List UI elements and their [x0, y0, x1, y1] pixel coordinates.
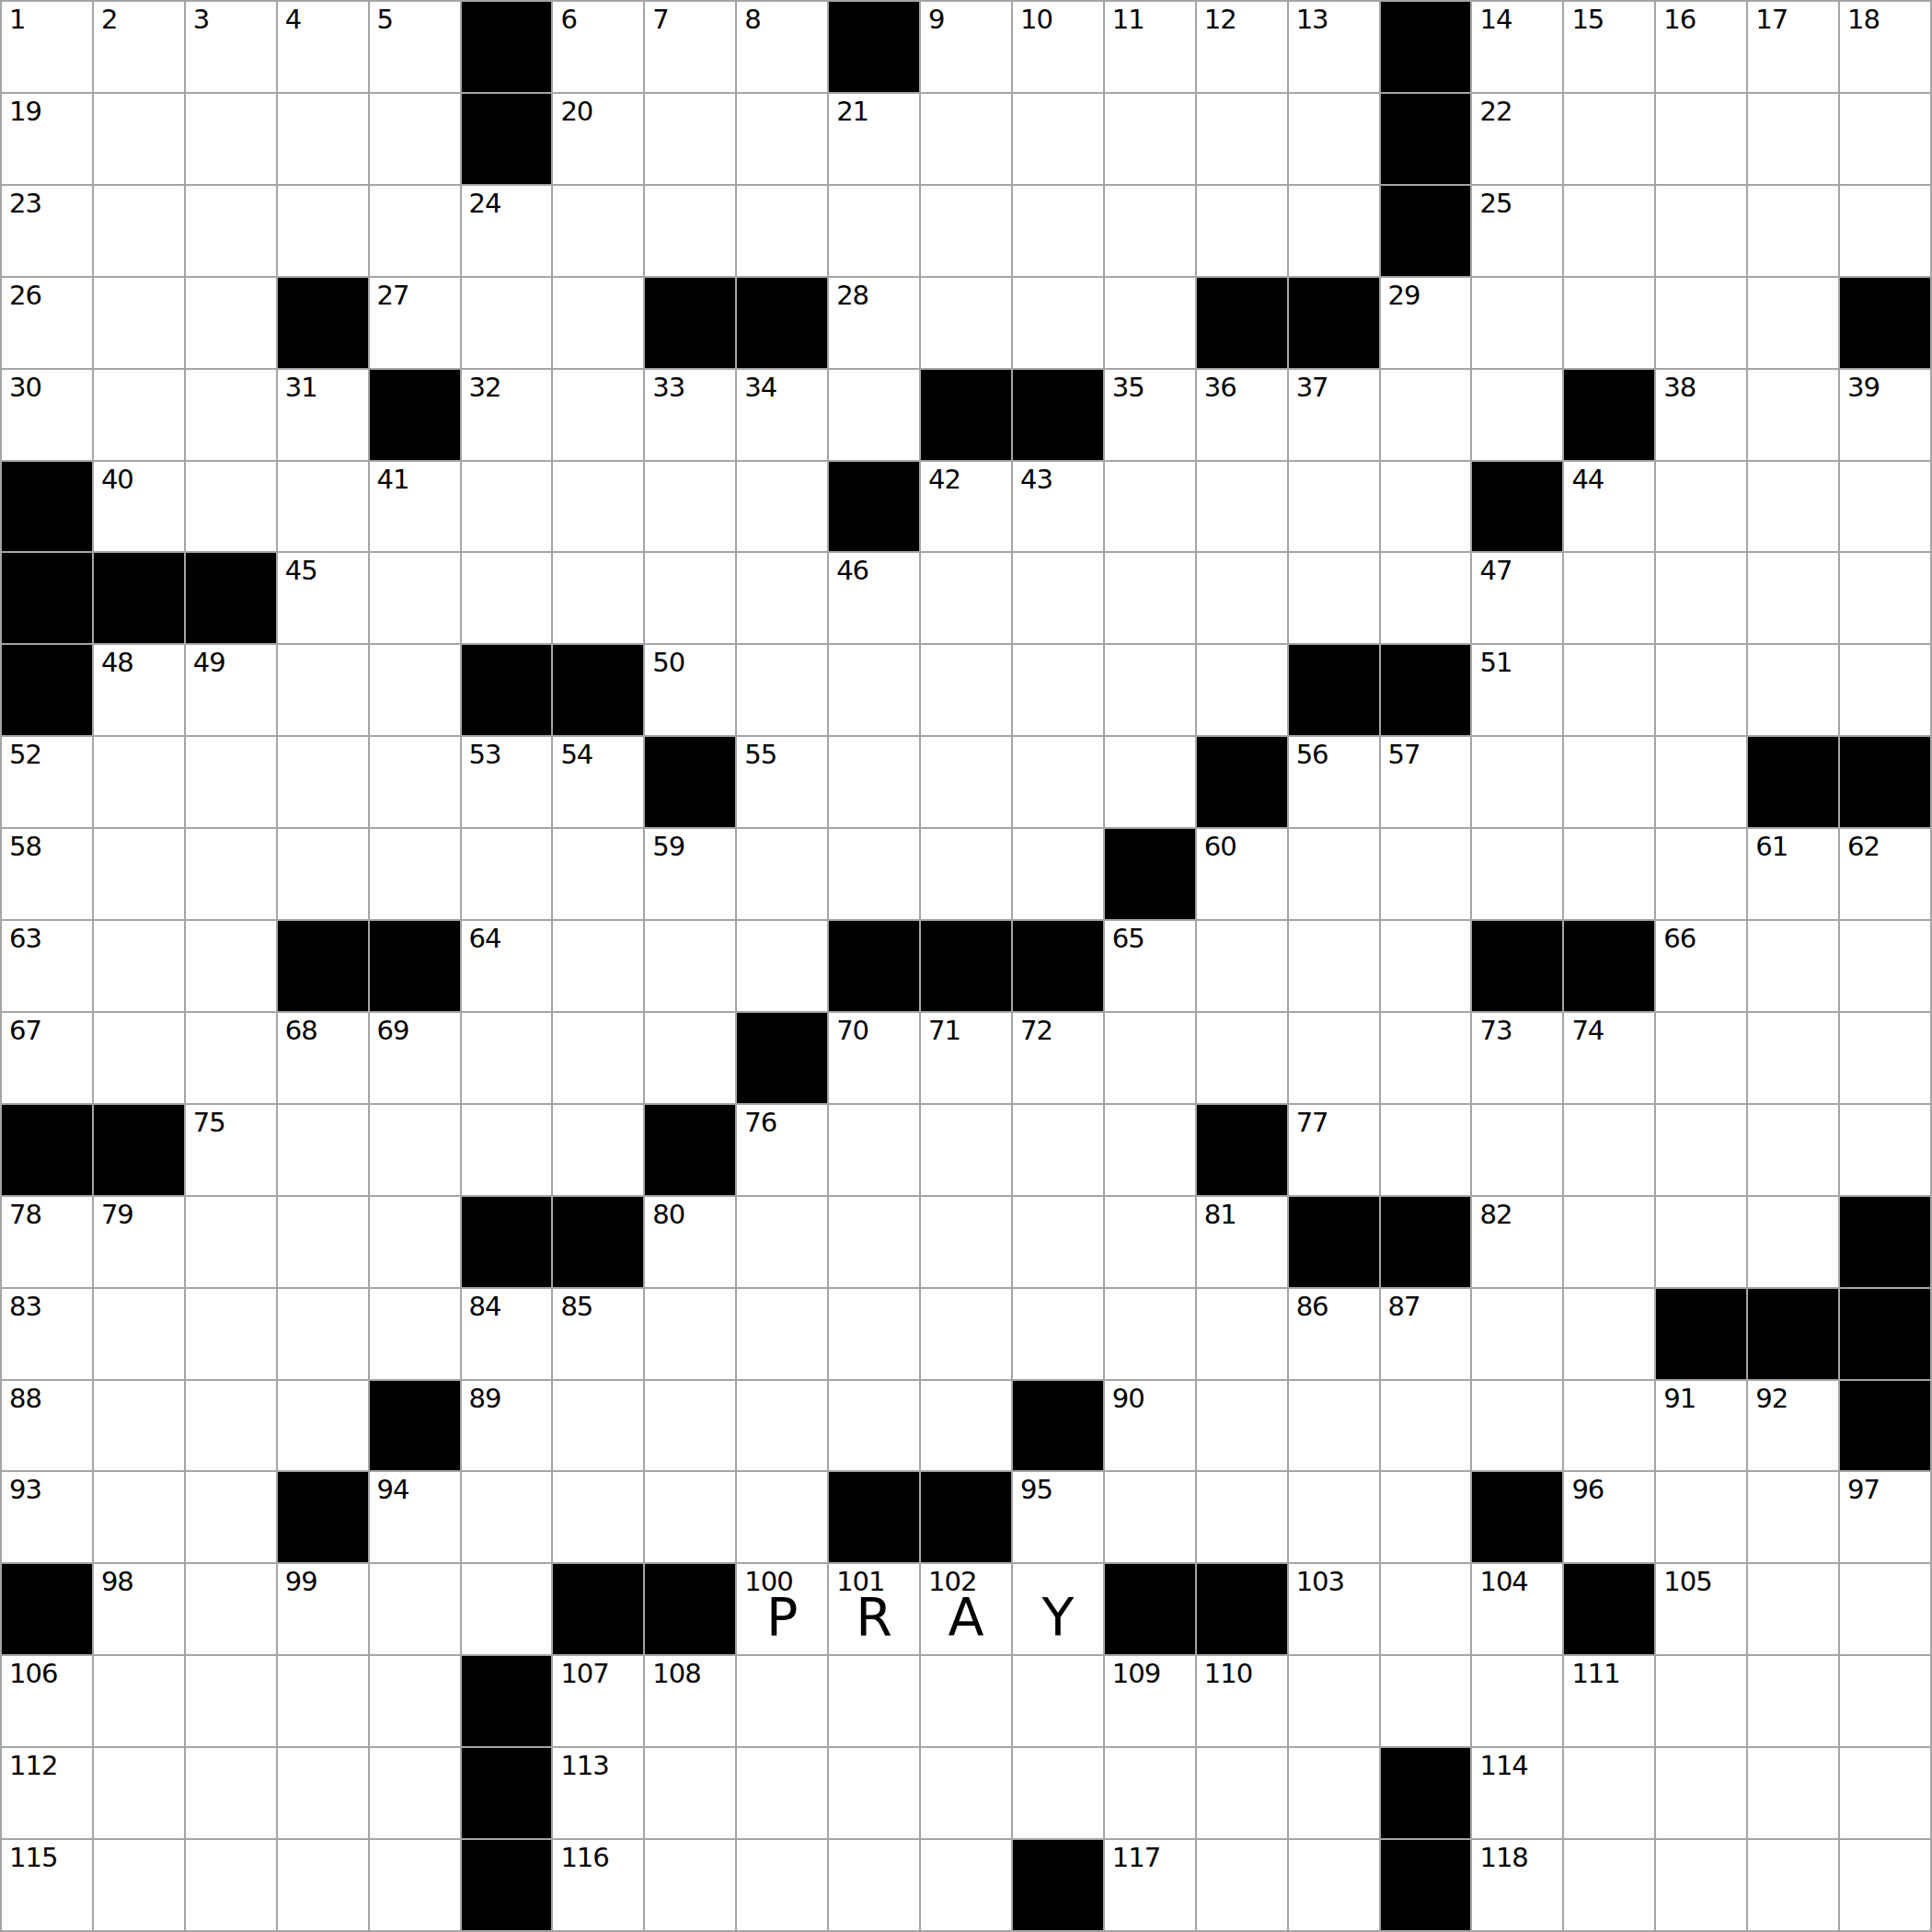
- cell-r19c5[interactable]: [370, 1656, 460, 1746]
- cell-r19c3[interactable]: [186, 1656, 276, 1746]
- cell-r6c20[interactable]: [1748, 462, 1838, 552]
- cell-r12c17[interactable]: 73: [1472, 1013, 1562, 1103]
- cell-r16c4[interactable]: [278, 1381, 368, 1471]
- cell-r1c3[interactable]: 3: [186, 2, 276, 92]
- cell-r3c12[interactable]: [1013, 186, 1103, 276]
- cell-r13c18[interactable]: [1564, 1105, 1654, 1195]
- cell-r18c21[interactable]: [1840, 1564, 1930, 1654]
- cell-r15c3[interactable]: [186, 1289, 276, 1379]
- cell-r13c11[interactable]: [921, 1105, 1011, 1195]
- cell-r2c13[interactable]: [1105, 94, 1195, 184]
- cell-r14c11[interactable]: [921, 1197, 1011, 1287]
- cell-r5c16[interactable]: [1381, 370, 1471, 460]
- cell-r15c8[interactable]: [645, 1289, 735, 1379]
- cell-r8c10[interactable]: [829, 645, 919, 735]
- cell-r4c19[interactable]: [1656, 278, 1746, 368]
- cell-r1c4[interactable]: 4: [278, 2, 368, 92]
- cell-r15c12[interactable]: [1013, 1289, 1103, 1379]
- cell-r17c1[interactable]: 93: [2, 1472, 92, 1562]
- cell-r17c14[interactable]: [1197, 1472, 1287, 1562]
- cell-r8c11[interactable]: [921, 645, 1011, 735]
- cell-r21c8[interactable]: [645, 1840, 735, 1930]
- cell-r19c1[interactable]: 106: [2, 1656, 92, 1746]
- cell-r2c8[interactable]: [645, 94, 735, 184]
- cell-r20c17[interactable]: 114: [1472, 1748, 1562, 1838]
- cell-r14c18[interactable]: [1564, 1197, 1654, 1287]
- cell-r20c19[interactable]: [1656, 1748, 1746, 1838]
- cell-r3c1[interactable]: 23: [2, 186, 92, 276]
- cell-r21c21[interactable]: [1840, 1840, 1930, 1930]
- cell-r13c16[interactable]: [1381, 1105, 1471, 1195]
- cell-r4c1[interactable]: 26: [2, 278, 92, 368]
- cell-r1c19[interactable]: 16: [1656, 2, 1746, 92]
- cell-r12c2[interactable]: [94, 1013, 184, 1103]
- cell-r11c20[interactable]: [1748, 921, 1838, 1011]
- cell-r8c19[interactable]: [1656, 645, 1746, 735]
- cell-r11c7[interactable]: [553, 921, 643, 1011]
- cell-r17c7[interactable]: [553, 1472, 643, 1562]
- cell-r19c11[interactable]: [921, 1656, 1011, 1746]
- cell-r14c5[interactable]: [370, 1197, 460, 1287]
- cell-r1c18[interactable]: 15: [1564, 2, 1654, 92]
- cell-r4c18[interactable]: [1564, 278, 1654, 368]
- cell-r7c18[interactable]: [1564, 553, 1654, 643]
- cell-r7c4[interactable]: 45: [278, 553, 368, 643]
- cell-r15c15[interactable]: 86: [1289, 1289, 1379, 1379]
- cell-r15c16[interactable]: 87: [1381, 1289, 1471, 1379]
- cell-r14c4[interactable]: [278, 1197, 368, 1287]
- cell-r20c21[interactable]: [1840, 1748, 1930, 1838]
- cell-r7c5[interactable]: [370, 553, 460, 643]
- cell-r6c6[interactable]: [462, 462, 552, 552]
- cell-r2c11[interactable]: [921, 94, 1011, 184]
- cell-r2c19[interactable]: [1656, 94, 1746, 184]
- cell-r9c17[interactable]: [1472, 737, 1562, 827]
- cell-r21c19[interactable]: [1656, 1840, 1746, 1930]
- cell-r16c6[interactable]: 89: [462, 1381, 552, 1471]
- cell-r16c1[interactable]: 88: [2, 1381, 92, 1471]
- cell-r5c9[interactable]: 34: [737, 370, 827, 460]
- cell-r17c6[interactable]: [462, 1472, 552, 1562]
- cell-r1c9[interactable]: 8: [737, 2, 827, 92]
- cell-r16c14[interactable]: [1197, 1381, 1287, 1471]
- cell-r10c5[interactable]: [370, 829, 460, 919]
- cell-r21c20[interactable]: [1748, 1840, 1838, 1930]
- cell-r3c5[interactable]: [370, 186, 460, 276]
- cell-r8c8[interactable]: 50: [645, 645, 735, 735]
- cell-r2c4[interactable]: [278, 94, 368, 184]
- cell-r16c19[interactable]: 91: [1656, 1381, 1746, 1471]
- cell-r13c15[interactable]: 77: [1289, 1105, 1379, 1195]
- cell-r15c7[interactable]: 85: [553, 1289, 643, 1379]
- cell-r20c3[interactable]: [186, 1748, 276, 1838]
- cell-r20c18[interactable]: [1564, 1748, 1654, 1838]
- cell-r13c19[interactable]: [1656, 1105, 1746, 1195]
- cell-r13c9[interactable]: 76: [737, 1105, 827, 1195]
- cell-r11c1[interactable]: 63: [2, 921, 92, 1011]
- cell-r15c4[interactable]: [278, 1289, 368, 1379]
- cell-r12c10[interactable]: 70: [829, 1013, 919, 1103]
- cell-r3c18[interactable]: [1564, 186, 1654, 276]
- cell-r2c5[interactable]: [370, 94, 460, 184]
- cell-r11c21[interactable]: [1840, 921, 1930, 1011]
- cell-r9c13[interactable]: [1105, 737, 1195, 827]
- cell-r1c7[interactable]: 6: [553, 2, 643, 92]
- cell-r5c8[interactable]: 33: [645, 370, 735, 460]
- cell-r10c17[interactable]: [1472, 829, 1562, 919]
- cell-r6c15[interactable]: [1289, 462, 1379, 552]
- cell-r11c19[interactable]: 66: [1656, 921, 1746, 1011]
- cell-r2c2[interactable]: [94, 94, 184, 184]
- cell-r10c6[interactable]: [462, 829, 552, 919]
- cell-r4c20[interactable]: [1748, 278, 1838, 368]
- cell-r18c5[interactable]: [370, 1564, 460, 1654]
- cell-r5c21[interactable]: 39: [1840, 370, 1930, 460]
- cell-r15c11[interactable]: [921, 1289, 1011, 1379]
- cell-r3c8[interactable]: [645, 186, 735, 276]
- cell-r1c15[interactable]: 13: [1289, 2, 1379, 92]
- cell-r5c20[interactable]: [1748, 370, 1838, 460]
- cell-r5c6[interactable]: 32: [462, 370, 552, 460]
- cell-r10c11[interactable]: [921, 829, 1011, 919]
- cell-r19c21[interactable]: [1840, 1656, 1930, 1746]
- cell-r3c9[interactable]: [737, 186, 827, 276]
- cell-r15c5[interactable]: [370, 1289, 460, 1379]
- cell-r8c3[interactable]: 49: [186, 645, 276, 735]
- cell-r5c4[interactable]: 31: [278, 370, 368, 460]
- cell-r17c8[interactable]: [645, 1472, 735, 1562]
- cell-r21c9[interactable]: [737, 1840, 827, 1930]
- cell-r13c6[interactable]: [462, 1105, 552, 1195]
- cell-r2c1[interactable]: 19: [2, 94, 92, 184]
- cell-r17c2[interactable]: [94, 1472, 184, 1562]
- cell-r3c10[interactable]: [829, 186, 919, 276]
- cell-r20c8[interactable]: [645, 1748, 735, 1838]
- cell-r1c21[interactable]: 18: [1840, 2, 1930, 92]
- cell-r3c21[interactable]: [1840, 186, 1930, 276]
- cell-r1c5[interactable]: 5: [370, 2, 460, 92]
- cell-r7c6[interactable]: [462, 553, 552, 643]
- cell-r6c14[interactable]: [1197, 462, 1287, 552]
- cell-r14c3[interactable]: [186, 1197, 276, 1287]
- cell-r19c12[interactable]: [1013, 1656, 1103, 1746]
- cell-r15c18[interactable]: [1564, 1289, 1654, 1379]
- cell-r4c6[interactable]: [462, 278, 552, 368]
- cell-r7c12[interactable]: [1013, 553, 1103, 643]
- cell-r18c12[interactable]: Y: [1013, 1564, 1103, 1654]
- cell-r3c4[interactable]: [278, 186, 368, 276]
- cell-r6c11[interactable]: 42: [921, 462, 1011, 552]
- cell-r18c11[interactable]: 102A: [921, 1564, 1011, 1654]
- cell-r8c5[interactable]: [370, 645, 460, 735]
- cell-r21c14[interactable]: [1197, 1840, 1287, 1930]
- cell-r13c7[interactable]: [553, 1105, 643, 1195]
- cell-r3c2[interactable]: [94, 186, 184, 276]
- cell-r19c16[interactable]: [1381, 1656, 1471, 1746]
- cell-r3c7[interactable]: [553, 186, 643, 276]
- cell-r6c18[interactable]: 44: [1564, 462, 1654, 552]
- cell-r17c20[interactable]: [1748, 1472, 1838, 1562]
- cell-r20c13[interactable]: [1105, 1748, 1195, 1838]
- cell-r19c4[interactable]: [278, 1656, 368, 1746]
- cell-r15c2[interactable]: [94, 1289, 184, 1379]
- cell-r19c14[interactable]: 110: [1197, 1656, 1287, 1746]
- cell-r7c14[interactable]: [1197, 553, 1287, 643]
- cell-r13c12[interactable]: [1013, 1105, 1103, 1195]
- cell-r9c11[interactable]: [921, 737, 1011, 827]
- cell-r4c7[interactable]: [553, 278, 643, 368]
- cell-r14c14[interactable]: 81: [1197, 1197, 1287, 1287]
- cell-r11c6[interactable]: 64: [462, 921, 552, 1011]
- cell-r6c4[interactable]: [278, 462, 368, 552]
- cell-r5c10[interactable]: [829, 370, 919, 460]
- cell-r12c20[interactable]: [1748, 1013, 1838, 1103]
- cell-r7c10[interactable]: 46: [829, 553, 919, 643]
- cell-r9c2[interactable]: [94, 737, 184, 827]
- cell-r2c3[interactable]: [186, 94, 276, 184]
- cell-r6c19[interactable]: [1656, 462, 1746, 552]
- cell-r17c3[interactable]: [186, 1472, 276, 1562]
- cell-r11c15[interactable]: [1289, 921, 1379, 1011]
- cell-r21c15[interactable]: [1289, 1840, 1379, 1930]
- cell-r8c13[interactable]: [1105, 645, 1195, 735]
- cell-r3c11[interactable]: [921, 186, 1011, 276]
- cell-r15c1[interactable]: 83: [2, 1289, 92, 1379]
- cell-r12c19[interactable]: [1656, 1013, 1746, 1103]
- cell-r10c1[interactable]: 58: [2, 829, 92, 919]
- cell-r7c21[interactable]: [1840, 553, 1930, 643]
- cell-r19c19[interactable]: [1656, 1656, 1746, 1746]
- cell-r9c3[interactable]: [186, 737, 276, 827]
- cell-r15c17[interactable]: [1472, 1289, 1562, 1379]
- cell-r4c11[interactable]: [921, 278, 1011, 368]
- cell-r9c15[interactable]: 56: [1289, 737, 1379, 827]
- cell-r13c4[interactable]: [278, 1105, 368, 1195]
- cell-r18c20[interactable]: [1748, 1564, 1838, 1654]
- cell-r5c17[interactable]: [1472, 370, 1562, 460]
- cell-r12c4[interactable]: 68: [278, 1013, 368, 1103]
- cell-r6c16[interactable]: [1381, 462, 1471, 552]
- cell-r18c4[interactable]: 99: [278, 1564, 368, 1654]
- cell-r12c6[interactable]: [462, 1013, 552, 1103]
- cell-r10c7[interactable]: [553, 829, 643, 919]
- cell-r1c8[interactable]: 7: [645, 2, 735, 92]
- cell-r16c3[interactable]: [186, 1381, 276, 1471]
- cell-r3c14[interactable]: [1197, 186, 1287, 276]
- cell-r17c18[interactable]: 96: [1564, 1472, 1654, 1562]
- cell-r5c15[interactable]: 37: [1289, 370, 1379, 460]
- cell-r8c12[interactable]: [1013, 645, 1103, 735]
- cell-r1c14[interactable]: 12: [1197, 2, 1287, 92]
- cell-r19c13[interactable]: 109: [1105, 1656, 1195, 1746]
- cell-r15c6[interactable]: 84: [462, 1289, 552, 1379]
- cell-r19c7[interactable]: 107: [553, 1656, 643, 1746]
- cell-r16c17[interactable]: [1472, 1381, 1562, 1471]
- cell-r4c3[interactable]: [186, 278, 276, 368]
- cell-r3c19[interactable]: [1656, 186, 1746, 276]
- cell-r14c20[interactable]: [1748, 1197, 1838, 1287]
- cell-r21c18[interactable]: [1564, 1840, 1654, 1930]
- cell-r18c3[interactable]: [186, 1564, 276, 1654]
- cell-r6c13[interactable]: [1105, 462, 1195, 552]
- cell-r8c20[interactable]: [1748, 645, 1838, 735]
- cell-r10c3[interactable]: [186, 829, 276, 919]
- cell-r17c19[interactable]: [1656, 1472, 1746, 1562]
- cell-r19c17[interactable]: [1472, 1656, 1562, 1746]
- cell-r8c21[interactable]: [1840, 645, 1930, 735]
- cell-r7c17[interactable]: 47: [1472, 553, 1562, 643]
- cell-r10c21[interactable]: 62: [1840, 829, 1930, 919]
- cell-r13c3[interactable]: 75: [186, 1105, 276, 1195]
- cell-r20c14[interactable]: [1197, 1748, 1287, 1838]
- cell-r8c17[interactable]: 51: [1472, 645, 1562, 735]
- cell-r5c14[interactable]: 36: [1197, 370, 1287, 460]
- cell-r21c13[interactable]: 117: [1105, 1840, 1195, 1930]
- cell-r9c12[interactable]: [1013, 737, 1103, 827]
- cell-r11c13[interactable]: 65: [1105, 921, 1195, 1011]
- cell-r14c10[interactable]: [829, 1197, 919, 1287]
- cell-r1c11[interactable]: 9: [921, 2, 1011, 92]
- cell-r9c1[interactable]: 52: [2, 737, 92, 827]
- cell-r10c9[interactable]: [737, 829, 827, 919]
- cell-r10c14[interactable]: 60: [1197, 829, 1287, 919]
- cell-r4c13[interactable]: [1105, 278, 1195, 368]
- cell-r19c18[interactable]: 111: [1564, 1656, 1654, 1746]
- cell-r16c10[interactable]: [829, 1381, 919, 1471]
- cell-r7c16[interactable]: [1381, 553, 1471, 643]
- cell-r20c5[interactable]: [370, 1748, 460, 1838]
- cell-r19c8[interactable]: 108: [645, 1656, 735, 1746]
- cell-r14c17[interactable]: 82: [1472, 1197, 1562, 1287]
- cell-r15c13[interactable]: [1105, 1289, 1195, 1379]
- cell-r11c9[interactable]: [737, 921, 827, 1011]
- cell-r10c12[interactable]: [1013, 829, 1103, 919]
- cell-r5c3[interactable]: [186, 370, 276, 460]
- cell-r16c16[interactable]: [1381, 1381, 1471, 1471]
- cell-r15c10[interactable]: [829, 1289, 919, 1379]
- cell-r18c16[interactable]: [1381, 1564, 1471, 1654]
- cell-r5c2[interactable]: [94, 370, 184, 460]
- cell-r1c1[interactable]: 1: [2, 2, 92, 92]
- cell-r11c2[interactable]: [94, 921, 184, 1011]
- cell-r12c7[interactable]: [553, 1013, 643, 1103]
- cell-r7c19[interactable]: [1656, 553, 1746, 643]
- cell-r20c12[interactable]: [1013, 1748, 1103, 1838]
- cell-r2c12[interactable]: [1013, 94, 1103, 184]
- cell-r20c1[interactable]: 112: [2, 1748, 92, 1838]
- cell-r18c15[interactable]: 103: [1289, 1564, 1379, 1654]
- cell-r1c2[interactable]: 2: [94, 2, 184, 92]
- cell-r7c9[interactable]: [737, 553, 827, 643]
- cell-r18c6[interactable]: [462, 1564, 552, 1654]
- cell-r2c10[interactable]: 21: [829, 94, 919, 184]
- cell-r9c5[interactable]: [370, 737, 460, 827]
- cell-r18c17[interactable]: 104: [1472, 1564, 1562, 1654]
- cell-r12c21[interactable]: [1840, 1013, 1930, 1103]
- cell-r21c17[interactable]: 118: [1472, 1840, 1562, 1930]
- cell-r14c12[interactable]: [1013, 1197, 1103, 1287]
- cell-r17c13[interactable]: [1105, 1472, 1195, 1562]
- cell-r10c2[interactable]: [94, 829, 184, 919]
- cell-r11c14[interactable]: [1197, 921, 1287, 1011]
- cell-r16c9[interactable]: [737, 1381, 827, 1471]
- cell-r12c13[interactable]: [1105, 1013, 1195, 1103]
- cell-r19c9[interactable]: [737, 1656, 827, 1746]
- cell-r20c4[interactable]: [278, 1748, 368, 1838]
- cell-r21c7[interactable]: 116: [553, 1840, 643, 1930]
- cell-r16c15[interactable]: [1289, 1381, 1379, 1471]
- cell-r2c9[interactable]: [737, 94, 827, 184]
- cell-r20c7[interactable]: 113: [553, 1748, 643, 1838]
- cell-r8c4[interactable]: [278, 645, 368, 735]
- cell-r4c17[interactable]: [1472, 278, 1562, 368]
- cell-r14c19[interactable]: [1656, 1197, 1746, 1287]
- cell-r12c1[interactable]: 67: [2, 1013, 92, 1103]
- cell-r20c2[interactable]: [94, 1748, 184, 1838]
- cell-r2c15[interactable]: [1289, 94, 1379, 184]
- cell-r21c5[interactable]: [370, 1840, 460, 1930]
- cell-r7c7[interactable]: [553, 553, 643, 643]
- cell-r12c8[interactable]: [645, 1013, 735, 1103]
- cell-r15c9[interactable]: [737, 1289, 827, 1379]
- cell-r20c20[interactable]: [1748, 1748, 1838, 1838]
- cell-r10c19[interactable]: [1656, 829, 1746, 919]
- cell-r9c10[interactable]: [829, 737, 919, 827]
- cell-r16c13[interactable]: 90: [1105, 1381, 1195, 1471]
- cell-r4c12[interactable]: [1013, 278, 1103, 368]
- cell-r9c18[interactable]: [1564, 737, 1654, 827]
- cell-r2c7[interactable]: 20: [553, 94, 643, 184]
- cell-r3c17[interactable]: 25: [1472, 186, 1562, 276]
- cell-r1c20[interactable]: 17: [1748, 2, 1838, 92]
- cell-r3c15[interactable]: [1289, 186, 1379, 276]
- cell-r12c15[interactable]: [1289, 1013, 1379, 1103]
- cell-r13c5[interactable]: [370, 1105, 460, 1195]
- cell-r3c20[interactable]: [1748, 186, 1838, 276]
- cell-r7c20[interactable]: [1748, 553, 1838, 643]
- cell-r4c5[interactable]: 27: [370, 278, 460, 368]
- cell-r6c3[interactable]: [186, 462, 276, 552]
- cell-r13c10[interactable]: [829, 1105, 919, 1195]
- cell-r11c8[interactable]: [645, 921, 735, 1011]
- cell-r14c9[interactable]: [737, 1197, 827, 1287]
- cell-r10c16[interactable]: [1381, 829, 1471, 919]
- cell-r9c6[interactable]: 53: [462, 737, 552, 827]
- cell-r17c9[interactable]: [737, 1472, 827, 1562]
- cell-r12c14[interactable]: [1197, 1013, 1287, 1103]
- cell-r17c5[interactable]: 94: [370, 1472, 460, 1562]
- cell-r10c18[interactable]: [1564, 829, 1654, 919]
- cell-r7c11[interactable]: [921, 553, 1011, 643]
- cell-r16c7[interactable]: [553, 1381, 643, 1471]
- cell-r3c6[interactable]: 24: [462, 186, 552, 276]
- cell-r12c11[interactable]: 71: [921, 1013, 1011, 1103]
- cell-r18c19[interactable]: 105: [1656, 1564, 1746, 1654]
- cell-r5c19[interactable]: 38: [1656, 370, 1746, 460]
- cell-r9c7[interactable]: 54: [553, 737, 643, 827]
- cell-r9c16[interactable]: 57: [1381, 737, 1471, 827]
- cell-r10c10[interactable]: [829, 829, 919, 919]
- cell-r4c10[interactable]: 28: [829, 278, 919, 368]
- cell-r2c20[interactable]: [1748, 94, 1838, 184]
- cell-r6c7[interactable]: [553, 462, 643, 552]
- cell-r11c3[interactable]: [186, 921, 276, 1011]
- cell-r9c4[interactable]: [278, 737, 368, 827]
- cell-r10c15[interactable]: [1289, 829, 1379, 919]
- cell-r3c13[interactable]: [1105, 186, 1195, 276]
- cell-r12c12[interactable]: 72: [1013, 1013, 1103, 1103]
- cell-r4c16[interactable]: 29: [1381, 278, 1471, 368]
